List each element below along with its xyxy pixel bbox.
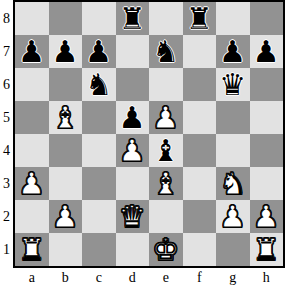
white-bishop: ♝	[149, 167, 183, 200]
rank-label-4: 4	[0, 134, 13, 167]
square-f1[interactable]	[183, 233, 217, 266]
square-a8[interactable]	[15, 2, 49, 35]
square-b4[interactable]	[49, 134, 83, 167]
square-c4[interactable]	[82, 134, 116, 167]
square-d8[interactable]: ♜	[116, 2, 150, 35]
square-h3[interactable]	[250, 167, 284, 200]
white-pawn: ♟	[216, 200, 250, 233]
square-h8[interactable]	[250, 2, 284, 35]
file-label-g: g	[216, 268, 250, 288]
square-g3[interactable]: ♞	[216, 167, 250, 200]
square-g8[interactable]	[216, 2, 250, 35]
square-e5[interactable]: ♟	[149, 101, 183, 134]
square-e8[interactable]	[149, 2, 183, 35]
black-knight: ♞	[82, 68, 116, 101]
square-a3[interactable]: ♟	[15, 167, 49, 200]
square-f2[interactable]	[183, 200, 217, 233]
file-label-c: c	[82, 268, 116, 288]
white-bishop: ♝	[49, 101, 83, 134]
square-c8[interactable]	[82, 2, 116, 35]
square-d7[interactable]	[116, 35, 150, 68]
square-f8[interactable]: ♜	[183, 2, 217, 35]
square-h2[interactable]: ♟	[250, 200, 284, 233]
square-h7[interactable]: ♟	[250, 35, 284, 68]
file-label-d: d	[116, 268, 150, 288]
chess-board: ♜♜♟♟♟♞♟♟♞♛♝♟♟♟♝♟♝♞♟♛♟♟♜♚♜	[13, 0, 285, 268]
square-e1[interactable]: ♚	[149, 233, 183, 266]
square-h5[interactable]	[250, 101, 284, 134]
white-pawn: ♟	[116, 134, 150, 167]
square-h4[interactable]	[250, 134, 284, 167]
square-d6[interactable]	[116, 68, 150, 101]
square-f5[interactable]	[183, 101, 217, 134]
square-e7[interactable]: ♞	[149, 35, 183, 68]
white-king: ♚	[149, 233, 183, 266]
file-label-h: h	[250, 268, 284, 288]
white-pawn: ♟	[15, 167, 49, 200]
square-a7[interactable]: ♟	[15, 35, 49, 68]
square-b1[interactable]	[49, 233, 83, 266]
black-rook: ♜	[116, 2, 150, 35]
file-label-a: a	[15, 268, 49, 288]
square-e3[interactable]: ♝	[149, 167, 183, 200]
white-pawn: ♟	[250, 200, 284, 233]
square-a6[interactable]	[15, 68, 49, 101]
square-b5[interactable]: ♝	[49, 101, 83, 134]
file-label-b: b	[49, 268, 83, 288]
square-a4[interactable]	[15, 134, 49, 167]
chess-diagram: 87654321 ♜♜♟♟♟♞♟♟♞♛♝♟♟♟♝♟♝♞♟♛♟♟♜♚♜ abcde…	[0, 0, 285, 288]
square-b8[interactable]	[49, 2, 83, 35]
square-c2[interactable]	[82, 200, 116, 233]
rank-label-8: 8	[0, 2, 13, 35]
white-rook: ♜	[250, 233, 284, 266]
black-pawn: ♟	[250, 35, 284, 68]
square-d3[interactable]	[116, 167, 150, 200]
square-c3[interactable]	[82, 167, 116, 200]
square-h6[interactable]	[250, 68, 284, 101]
square-g7[interactable]: ♟	[216, 35, 250, 68]
square-e6[interactable]	[149, 68, 183, 101]
white-pawn: ♟	[49, 200, 83, 233]
black-bishop: ♝	[149, 134, 183, 167]
square-f3[interactable]	[183, 167, 217, 200]
square-b7[interactable]: ♟	[49, 35, 83, 68]
square-d5[interactable]: ♟	[116, 101, 150, 134]
square-d4[interactable]: ♟	[116, 134, 150, 167]
rank-label-3: 3	[0, 167, 13, 200]
square-a5[interactable]	[15, 101, 49, 134]
black-pawn: ♟	[82, 35, 116, 68]
square-f7[interactable]	[183, 35, 217, 68]
rank-label-5: 5	[0, 101, 13, 134]
square-b2[interactable]: ♟	[49, 200, 83, 233]
rank-label-7: 7	[0, 35, 13, 68]
square-b3[interactable]	[49, 167, 83, 200]
square-g1[interactable]	[216, 233, 250, 266]
white-rook: ♜	[15, 233, 49, 266]
black-pawn: ♟	[49, 35, 83, 68]
square-b6[interactable]	[49, 68, 83, 101]
black-rook: ♜	[183, 2, 217, 35]
black-pawn: ♟	[15, 35, 49, 68]
white-knight: ♞	[216, 167, 250, 200]
square-g6[interactable]: ♛	[216, 68, 250, 101]
black-pawn: ♟	[216, 35, 250, 68]
square-d2[interactable]: ♛	[116, 200, 150, 233]
square-f4[interactable]	[183, 134, 217, 167]
file-label-f: f	[183, 268, 217, 288]
black-queen: ♛	[216, 68, 250, 101]
square-a2[interactable]	[15, 200, 49, 233]
black-knight: ♞	[149, 35, 183, 68]
square-c6[interactable]: ♞	[82, 68, 116, 101]
rank-label-2: 2	[0, 200, 13, 233]
square-g5[interactable]	[216, 101, 250, 134]
rank-labels: 87654321	[0, 2, 13, 266]
square-c1[interactable]	[82, 233, 116, 266]
square-c7[interactable]: ♟	[82, 35, 116, 68]
board-grid: ♜♜♟♟♟♞♟♟♞♛♝♟♟♟♝♟♝♞♟♛♟♟♜♚♜	[15, 2, 283, 266]
square-d1[interactable]	[116, 233, 150, 266]
black-pawn: ♟	[116, 101, 150, 134]
white-pawn: ♟	[149, 101, 183, 134]
white-queen: ♛	[116, 200, 150, 233]
square-g2[interactable]: ♟	[216, 200, 250, 233]
file-labels: abcdefgh	[15, 268, 283, 288]
square-e2[interactable]	[149, 200, 183, 233]
file-label-e: e	[149, 268, 183, 288]
square-a1[interactable]: ♜	[15, 233, 49, 266]
square-g4[interactable]	[216, 134, 250, 167]
square-f6[interactable]	[183, 68, 217, 101]
square-h1[interactable]: ♜	[250, 233, 284, 266]
square-c5[interactable]	[82, 101, 116, 134]
rank-label-1: 1	[0, 233, 13, 266]
square-e4[interactable]: ♝	[149, 134, 183, 167]
rank-label-6: 6	[0, 68, 13, 101]
